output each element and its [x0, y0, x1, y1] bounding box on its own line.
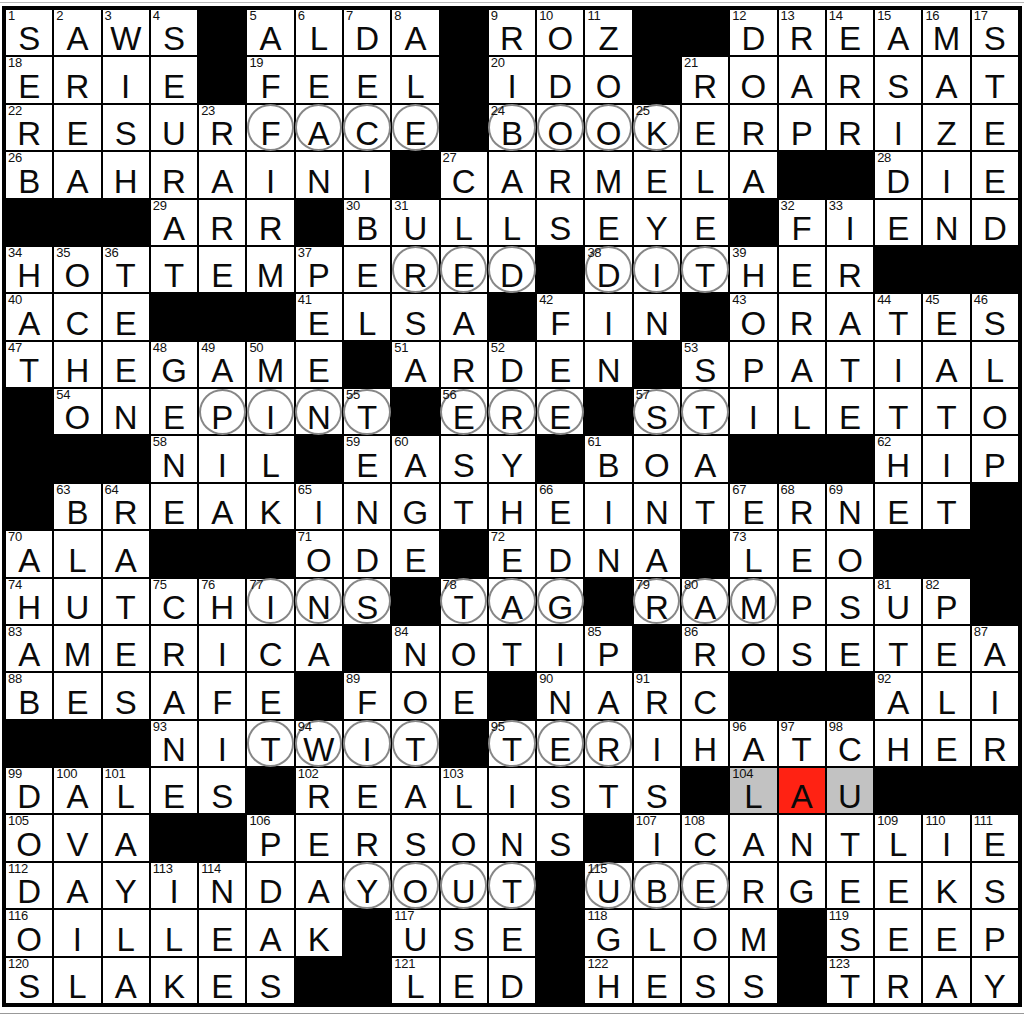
grid-cell-r14c13[interactable]: 85P: [584, 625, 632, 672]
grid-cell-r8c20[interactable]: A: [922, 341, 970, 388]
grid-cell-r8c2[interactable]: H: [53, 341, 101, 388]
grid-cell-r8c13[interactable]: N: [584, 341, 632, 388]
grid-cell-r2c7[interactable]: E: [295, 56, 343, 103]
grid-cell-r9c6[interactable]: I: [246, 388, 294, 435]
grid-cell-r13c3[interactable]: T: [102, 578, 150, 625]
grid-cell-r1c7[interactable]: 6L: [295, 9, 343, 56]
grid-cell-r10c13[interactable]: 61B: [584, 435, 632, 482]
grid-cell-r6c2[interactable]: 35O: [53, 246, 101, 293]
grid-cell-r21c16[interactable]: S: [729, 957, 777, 1004]
grid-cell-r1c3[interactable]: 3W: [102, 9, 150, 56]
grid-cell-r1c2[interactable]: 2A: [53, 9, 101, 56]
grid-cell-r8c7[interactable]: E: [295, 341, 343, 388]
grid-cell-r10c9[interactable]: 60A: [391, 435, 439, 482]
grid-cell-r17c3[interactable]: 101L: [102, 767, 150, 814]
grid-cell-r9c8[interactable]: 55T: [343, 388, 391, 435]
grid-cell-r10c4[interactable]: 58N: [150, 435, 198, 482]
grid-cell-r13c11[interactable]: A: [488, 578, 536, 625]
grid-cell-r4c5[interactable]: A: [198, 151, 246, 198]
grid-cell-r3c6[interactable]: F: [246, 104, 294, 151]
grid-cell-r18c2[interactable]: V: [53, 814, 101, 861]
grid-cell-r3c13[interactable]: O: [584, 104, 632, 151]
grid-cell-r10c20[interactable]: I: [922, 435, 970, 482]
grid-cell-r11c6[interactable]: K: [246, 483, 294, 530]
grid-cell-r19c10[interactable]: U: [440, 862, 488, 909]
grid-cell-r13c17[interactable]: P: [778, 578, 826, 625]
grid-cell-r1c13[interactable]: 11Z: [584, 9, 632, 56]
grid-cell-r5c8[interactable]: 30B: [343, 199, 391, 246]
grid-cell-r12c18[interactable]: O: [826, 530, 874, 577]
grid-cell-r15c20[interactable]: L: [922, 672, 970, 719]
grid-cell-r4c15[interactable]: L: [681, 151, 729, 198]
grid-cell-r7c19[interactable]: 44T: [874, 293, 922, 340]
grid-cell-r9c11[interactable]: R: [488, 388, 536, 435]
grid-cell-r17c11[interactable]: I: [488, 767, 536, 814]
grid-cell-r19c6[interactable]: D: [246, 862, 294, 909]
grid-cell-r20c9[interactable]: 117U: [391, 909, 439, 956]
grid-cell-r18c15[interactable]: 108C: [681, 814, 729, 861]
grid-cell-r13c12[interactable]: G: [536, 578, 584, 625]
grid-cell-r10c11[interactable]: Y: [488, 435, 536, 482]
grid-cell-r19c8[interactable]: Y: [343, 862, 391, 909]
grid-cell-r3c20[interactable]: Z: [922, 104, 970, 151]
grid-cell-r16c19[interactable]: H: [874, 720, 922, 767]
grid-cell-r16c11[interactable]: 95T: [488, 720, 536, 767]
grid-cell-r20c4[interactable]: L: [150, 909, 198, 956]
grid-cell-r4c12[interactable]: R: [536, 151, 584, 198]
grid-cell-r11c10[interactable]: T: [440, 483, 488, 530]
grid-cell-r19c3[interactable]: Y: [102, 862, 150, 909]
grid-cell-r2c15[interactable]: 21R: [681, 56, 729, 103]
grid-cell-r20c10[interactable]: S: [440, 909, 488, 956]
grid-cell-r16c15[interactable]: H: [681, 720, 729, 767]
grid-cell-r2c19[interactable]: S: [874, 56, 922, 103]
grid-cell-r12c13[interactable]: N: [584, 530, 632, 577]
grid-cell-r13c19[interactable]: 81U: [874, 578, 922, 625]
grid-cell-r5c6[interactable]: R: [246, 199, 294, 246]
grid-cell-r7c8[interactable]: L: [343, 293, 391, 340]
grid-cell-r2c6[interactable]: 19F: [246, 56, 294, 103]
grid-cell-r4c8[interactable]: I: [343, 151, 391, 198]
grid-cell-r20c13[interactable]: 118G: [584, 909, 632, 956]
grid-cell-r3c16[interactable]: R: [729, 104, 777, 151]
grid-cell-r12c2[interactable]: L: [53, 530, 101, 577]
grid-cell-r11c17[interactable]: 68R: [778, 483, 826, 530]
grid-cell-r15c3[interactable]: S: [102, 672, 150, 719]
grid-cell-r6c11[interactable]: D: [488, 246, 536, 293]
grid-cell-r2c16[interactable]: O: [729, 56, 777, 103]
grid-cell-r12c3[interactable]: A: [102, 530, 150, 577]
grid-cell-r11c16[interactable]: 67E: [729, 483, 777, 530]
grid-cell-r15c12[interactable]: 90N: [536, 672, 584, 719]
grid-cell-r14c3[interactable]: E: [102, 625, 150, 672]
grid-cell-r5c12[interactable]: S: [536, 199, 584, 246]
grid-cell-r6c14[interactable]: I: [633, 246, 681, 293]
grid-cell-r3c18[interactable]: R: [826, 104, 874, 151]
grid-cell-r10c21[interactable]: P: [971, 435, 1019, 482]
grid-cell-r16c5[interactable]: I: [198, 720, 246, 767]
grid-cell-r2c9[interactable]: L: [391, 56, 439, 103]
grid-cell-r17c17[interactable]: A: [778, 767, 826, 814]
grid-cell-r14c20[interactable]: E: [922, 625, 970, 672]
grid-cell-r9c7[interactable]: N: [295, 388, 343, 435]
grid-cell-r8c9[interactable]: 51A: [391, 341, 439, 388]
grid-cell-r12c8[interactable]: D: [343, 530, 391, 577]
grid-cell-r4c21[interactable]: E: [971, 151, 1019, 198]
grid-cell-r5c9[interactable]: 31U: [391, 199, 439, 246]
grid-cell-r4c1[interactable]: 26B: [5, 151, 53, 198]
grid-cell-r5c20[interactable]: N: [922, 199, 970, 246]
grid-cell-r20c16[interactable]: M: [729, 909, 777, 956]
grid-cell-r3c2[interactable]: E: [53, 104, 101, 151]
grid-cell-r18c6[interactable]: 106P: [246, 814, 294, 861]
grid-cell-r15c10[interactable]: E: [440, 672, 488, 719]
grid-cell-r21c14[interactable]: E: [633, 957, 681, 1004]
grid-cell-r20c3[interactable]: L: [102, 909, 150, 956]
grid-cell-r7c9[interactable]: S: [391, 293, 439, 340]
grid-cell-r7c1[interactable]: 40A: [5, 293, 53, 340]
grid-cell-r5c14[interactable]: Y: [633, 199, 681, 246]
grid-cell-r9c18[interactable]: E: [826, 388, 874, 435]
grid-cell-r21c6[interactable]: S: [246, 957, 294, 1004]
grid-cell-r13c2[interactable]: U: [53, 578, 101, 625]
grid-cell-r3c8[interactable]: C: [343, 104, 391, 151]
grid-cell-r17c2[interactable]: 100A: [53, 767, 101, 814]
grid-cell-r19c11[interactable]: T: [488, 862, 536, 909]
grid-cell-r6c16[interactable]: 39H: [729, 246, 777, 293]
grid-cell-r15c5[interactable]: F: [198, 672, 246, 719]
grid-cell-r10c10[interactable]: S: [440, 435, 488, 482]
grid-cell-r14c19[interactable]: T: [874, 625, 922, 672]
grid-cell-r14c10[interactable]: O: [440, 625, 488, 672]
grid-cell-r19c14[interactable]: B: [633, 862, 681, 909]
grid-cell-r14c9[interactable]: 84N: [391, 625, 439, 672]
grid-cell-r19c15[interactable]: E: [681, 862, 729, 909]
grid-cell-r7c2[interactable]: C: [53, 293, 101, 340]
grid-cell-r1c18[interactable]: 14E: [826, 9, 874, 56]
grid-cell-r5c10[interactable]: L: [440, 199, 488, 246]
grid-cell-r4c2[interactable]: A: [53, 151, 101, 198]
grid-cell-r14c1[interactable]: 83A: [5, 625, 53, 672]
grid-cell-r9c10[interactable]: 56E: [440, 388, 488, 435]
grid-cell-r16c17[interactable]: 97T: [778, 720, 826, 767]
grid-cell-r4c13[interactable]: M: [584, 151, 632, 198]
grid-cell-r2c21[interactable]: T: [971, 56, 1019, 103]
grid-cell-r3c15[interactable]: E: [681, 104, 729, 151]
grid-cell-r1c8[interactable]: 7D: [343, 9, 391, 56]
grid-cell-r3c5[interactable]: 23R: [198, 104, 246, 151]
grid-cell-r14c16[interactable]: O: [729, 625, 777, 672]
grid-cell-r7c13[interactable]: I: [584, 293, 632, 340]
grid-cell-r12c12[interactable]: D: [536, 530, 584, 577]
grid-cell-r16c9[interactable]: T: [391, 720, 439, 767]
grid-cell-r18c21[interactable]: 111E: [971, 814, 1019, 861]
grid-cell-r8c6[interactable]: 50M: [246, 341, 294, 388]
grid-cell-r2c2[interactable]: R: [53, 56, 101, 103]
grid-cell-r11c12[interactable]: 66E: [536, 483, 584, 530]
grid-cell-r11c3[interactable]: 64R: [102, 483, 150, 530]
grid-cell-r16c13[interactable]: R: [584, 720, 632, 767]
grid-cell-r11c5[interactable]: A: [198, 483, 246, 530]
grid-cell-r2c11[interactable]: 20I: [488, 56, 536, 103]
grid-cell-r21c1[interactable]: 120S: [5, 957, 53, 1004]
grid-cell-r7c3[interactable]: E: [102, 293, 150, 340]
grid-cell-r8c21[interactable]: L: [971, 341, 1019, 388]
grid-cell-r18c20[interactable]: 110I: [922, 814, 970, 861]
grid-cell-r2c17[interactable]: A: [778, 56, 826, 103]
grid-cell-r9c14[interactable]: 57S: [633, 388, 681, 435]
grid-cell-r16c6[interactable]: T: [246, 720, 294, 767]
grid-cell-r15c4[interactable]: A: [150, 672, 198, 719]
grid-cell-r13c1[interactable]: 74H: [5, 578, 53, 625]
grid-cell-r18c17[interactable]: N: [778, 814, 826, 861]
grid-cell-r8c19[interactable]: I: [874, 341, 922, 388]
grid-cell-r19c13[interactable]: 115U: [584, 862, 632, 909]
grid-cell-r8c12[interactable]: E: [536, 341, 584, 388]
grid-cell-r13c8[interactable]: S: [343, 578, 391, 625]
grid-cell-r11c4[interactable]: E: [150, 483, 198, 530]
grid-cell-r16c21[interactable]: R: [971, 720, 1019, 767]
grid-cell-r15c21[interactable]: I: [971, 672, 1019, 719]
grid-cell-r10c6[interactable]: L: [246, 435, 294, 482]
grid-cell-r13c5[interactable]: 76H: [198, 578, 246, 625]
grid-cell-r6c9[interactable]: R: [391, 246, 439, 293]
grid-cell-r7c20[interactable]: 45E: [922, 293, 970, 340]
grid-cell-r7c21[interactable]: 46S: [971, 293, 1019, 340]
grid-cell-r7c7[interactable]: 41E: [295, 293, 343, 340]
grid-cell-r20c5[interactable]: E: [198, 909, 246, 956]
grid-cell-r17c18[interactable]: U: [826, 767, 874, 814]
grid-cell-r11c18[interactable]: 69N: [826, 483, 874, 530]
grid-cell-r5c17[interactable]: 32F: [778, 199, 826, 246]
grid-cell-r20c1[interactable]: 116O: [5, 909, 53, 956]
grid-cell-r21c4[interactable]: K: [150, 957, 198, 1004]
grid-cell-r3c1[interactable]: 22R: [5, 104, 53, 151]
grid-cell-r18c18[interactable]: T: [826, 814, 874, 861]
grid-cell-r9c16[interactable]: I: [729, 388, 777, 435]
grid-cell-r8c3[interactable]: E: [102, 341, 150, 388]
grid-cell-r20c2[interactable]: I: [53, 909, 101, 956]
grid-cell-r19c9[interactable]: O: [391, 862, 439, 909]
grid-cell-r13c10[interactable]: 78T: [440, 578, 488, 625]
grid-cell-r17c14[interactable]: S: [633, 767, 681, 814]
grid-cell-r6c10[interactable]: E: [440, 246, 488, 293]
grid-cell-r15c1[interactable]: 88B: [5, 672, 53, 719]
grid-cell-r9c3[interactable]: N: [102, 388, 150, 435]
grid-cell-r16c8[interactable]: I: [343, 720, 391, 767]
grid-cell-r21c15[interactable]: S: [681, 957, 729, 1004]
grid-cell-r3c7[interactable]: A: [295, 104, 343, 151]
grid-cell-r10c19[interactable]: 62H: [874, 435, 922, 482]
grid-cell-r3c21[interactable]: E: [971, 104, 1019, 151]
grid-cell-r8c17[interactable]: A: [778, 341, 826, 388]
grid-cell-r9c4[interactable]: E: [150, 388, 198, 435]
grid-cell-r19c19[interactable]: E: [874, 862, 922, 909]
grid-cell-r15c14[interactable]: 91R: [633, 672, 681, 719]
grid-cell-r6c1[interactable]: 34H: [5, 246, 53, 293]
grid-cell-r1c4[interactable]: 4S: [150, 9, 198, 56]
grid-cell-r10c15[interactable]: A: [681, 435, 729, 482]
grid-cell-r21c19[interactable]: R: [874, 957, 922, 1004]
grid-cell-r5c11[interactable]: L: [488, 199, 536, 246]
grid-cell-r16c4[interactable]: 93N: [150, 720, 198, 767]
grid-cell-r17c16[interactable]: 104L: [729, 767, 777, 814]
grid-cell-r13c7[interactable]: N: [295, 578, 343, 625]
grid-cell-r12c17[interactable]: E: [778, 530, 826, 577]
grid-cell-r10c8[interactable]: 59E: [343, 435, 391, 482]
grid-cell-r4c11[interactable]: A: [488, 151, 536, 198]
grid-cell-r2c3[interactable]: I: [102, 56, 150, 103]
grid-cell-r21c21[interactable]: Y: [971, 957, 1019, 1004]
grid-cell-r14c17[interactable]: S: [778, 625, 826, 672]
grid-cell-r8c15[interactable]: 53S: [681, 341, 729, 388]
grid-cell-r5c21[interactable]: D: [971, 199, 1019, 246]
grid-cell-r17c12[interactable]: S: [536, 767, 584, 814]
grid-cell-r5c13[interactable]: E: [584, 199, 632, 246]
grid-cell-r12c7[interactable]: 71O: [295, 530, 343, 577]
grid-cell-r14c2[interactable]: M: [53, 625, 101, 672]
grid-cell-r4c7[interactable]: N: [295, 151, 343, 198]
grid-cell-r17c7[interactable]: 102R: [295, 767, 343, 814]
grid-cell-r1c6[interactable]: 5A: [246, 9, 294, 56]
grid-cell-r13c14[interactable]: 79R: [633, 578, 681, 625]
grid-cell-r9c12[interactable]: E: [536, 388, 584, 435]
grid-cell-r16c18[interactable]: 98C: [826, 720, 874, 767]
grid-cell-r1c11[interactable]: 9R: [488, 9, 536, 56]
grid-cell-r14c15[interactable]: 86R: [681, 625, 729, 672]
grid-cell-r8c1[interactable]: 47T: [5, 341, 53, 388]
grid-cell-r19c20[interactable]: K: [922, 862, 970, 909]
grid-cell-r1c16[interactable]: 12D: [729, 9, 777, 56]
grid-cell-r1c9[interactable]: 8A: [391, 9, 439, 56]
grid-cell-r17c8[interactable]: E: [343, 767, 391, 814]
grid-cell-r12c1[interactable]: 70A: [5, 530, 53, 577]
grid-cell-r7c14[interactable]: N: [633, 293, 681, 340]
grid-cell-r1c20[interactable]: 16M: [922, 9, 970, 56]
grid-cell-r6c18[interactable]: R: [826, 246, 874, 293]
grid-cell-r6c17[interactable]: E: [778, 246, 826, 293]
grid-cell-r1c17[interactable]: 13R: [778, 9, 826, 56]
grid-cell-r13c15[interactable]: 80A: [681, 578, 729, 625]
grid-cell-r4c4[interactable]: R: [150, 151, 198, 198]
grid-cell-r14c21[interactable]: 87A: [971, 625, 1019, 672]
grid-cell-r19c4[interactable]: 113I: [150, 862, 198, 909]
grid-cell-r1c19[interactable]: 15A: [874, 9, 922, 56]
grid-cell-r1c21[interactable]: 17S: [971, 9, 1019, 56]
grid-cell-r13c20[interactable]: 82P: [922, 578, 970, 625]
grid-cell-r9c15[interactable]: T: [681, 388, 729, 435]
grid-cell-r3c17[interactable]: P: [778, 104, 826, 151]
grid-cell-r9c21[interactable]: O: [971, 388, 1019, 435]
grid-cell-r21c13[interactable]: 122H: [584, 957, 632, 1004]
grid-cell-r5c15[interactable]: E: [681, 199, 729, 246]
grid-cell-r2c8[interactable]: E: [343, 56, 391, 103]
grid-cell-r18c12[interactable]: S: [536, 814, 584, 861]
grid-cell-r18c14[interactable]: 107I: [633, 814, 681, 861]
grid-cell-r11c19[interactable]: E: [874, 483, 922, 530]
grid-cell-r19c21[interactable]: S: [971, 862, 1019, 909]
grid-cell-r16c14[interactable]: I: [633, 720, 681, 767]
grid-cell-r3c12[interactable]: O: [536, 104, 584, 151]
grid-cell-r11c11[interactable]: H: [488, 483, 536, 530]
grid-cell-r15c15[interactable]: C: [681, 672, 729, 719]
grid-cell-r10c5[interactable]: I: [198, 435, 246, 482]
grid-cell-r14c11[interactable]: T: [488, 625, 536, 672]
grid-cell-r20c20[interactable]: E: [922, 909, 970, 956]
grid-cell-r1c1[interactable]: 1S: [5, 9, 53, 56]
grid-cell-r6c5[interactable]: E: [198, 246, 246, 293]
grid-cell-r15c8[interactable]: 89F: [343, 672, 391, 719]
grid-cell-r3c3[interactable]: S: [102, 104, 150, 151]
grid-cell-r3c14[interactable]: 25K: [633, 104, 681, 151]
grid-cell-r17c1[interactable]: 99D: [5, 767, 53, 814]
grid-cell-r4c20[interactable]: I: [922, 151, 970, 198]
grid-cell-r15c9[interactable]: O: [391, 672, 439, 719]
grid-cell-r5c18[interactable]: 33I: [826, 199, 874, 246]
grid-cell-r8c18[interactable]: T: [826, 341, 874, 388]
grid-cell-r5c19[interactable]: E: [874, 199, 922, 246]
grid-cell-r8c4[interactable]: 48G: [150, 341, 198, 388]
grid-cell-r14c5[interactable]: I: [198, 625, 246, 672]
grid-cell-r9c20[interactable]: T: [922, 388, 970, 435]
grid-cell-r17c10[interactable]: 103L: [440, 767, 488, 814]
grid-cell-r11c13[interactable]: I: [584, 483, 632, 530]
grid-cell-r9c19[interactable]: T: [874, 388, 922, 435]
grid-cell-r6c7[interactable]: 37P: [295, 246, 343, 293]
grid-cell-r7c10[interactable]: A: [440, 293, 488, 340]
grid-cell-r4c14[interactable]: E: [633, 151, 681, 198]
grid-cell-r6c8[interactable]: E: [343, 246, 391, 293]
grid-cell-r20c19[interactable]: E: [874, 909, 922, 956]
grid-cell-r17c9[interactable]: A: [391, 767, 439, 814]
grid-cell-r13c4[interactable]: 75C: [150, 578, 198, 625]
grid-cell-r12c14[interactable]: A: [633, 530, 681, 577]
grid-cell-r20c6[interactable]: A: [246, 909, 294, 956]
grid-cell-r20c21[interactable]: P: [971, 909, 1019, 956]
grid-cell-r4c3[interactable]: H: [102, 151, 150, 198]
grid-cell-r19c5[interactable]: 114N: [198, 862, 246, 909]
grid-cell-r14c18[interactable]: E: [826, 625, 874, 672]
grid-cell-r6c4[interactable]: T: [150, 246, 198, 293]
grid-cell-r6c13[interactable]: 38D: [584, 246, 632, 293]
grid-cell-r11c14[interactable]: N: [633, 483, 681, 530]
grid-cell-r6c3[interactable]: 36T: [102, 246, 150, 293]
grid-cell-r13c16[interactable]: M: [729, 578, 777, 625]
grid-cell-r18c10[interactable]: O: [440, 814, 488, 861]
grid-cell-r18c19[interactable]: 109L: [874, 814, 922, 861]
grid-cell-r13c6[interactable]: 77I: [246, 578, 294, 625]
grid-cell-r19c17[interactable]: G: [778, 862, 826, 909]
grid-cell-r18c3[interactable]: A: [102, 814, 150, 861]
grid-cell-r2c18[interactable]: R: [826, 56, 874, 103]
grid-cell-r21c20[interactable]: A: [922, 957, 970, 1004]
grid-cell-r2c1[interactable]: 18E: [5, 56, 53, 103]
grid-cell-r21c18[interactable]: 123T: [826, 957, 874, 1004]
grid-cell-r8c5[interactable]: 49A: [198, 341, 246, 388]
grid-cell-r6c6[interactable]: M: [246, 246, 294, 293]
grid-cell-r19c2[interactable]: A: [53, 862, 101, 909]
grid-cell-r4c16[interactable]: A: [729, 151, 777, 198]
grid-cell-r17c5[interactable]: S: [198, 767, 246, 814]
grid-cell-r2c20[interactable]: A: [922, 56, 970, 103]
grid-cell-r19c16[interactable]: R: [729, 862, 777, 909]
grid-cell-r3c19[interactable]: I: [874, 104, 922, 151]
grid-cell-r19c1[interactable]: 112D: [5, 862, 53, 909]
grid-cell-r12c16[interactable]: 73L: [729, 530, 777, 577]
grid-cell-r17c13[interactable]: T: [584, 767, 632, 814]
grid-cell-r2c13[interactable]: O: [584, 56, 632, 103]
grid-cell-r2c4[interactable]: E: [150, 56, 198, 103]
